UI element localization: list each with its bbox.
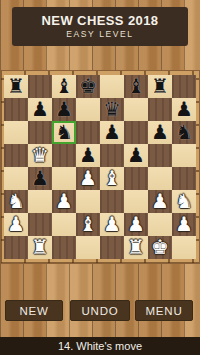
square-a1[interactable]: [4, 236, 28, 259]
square-d8[interactable]: ♚: [76, 75, 100, 98]
square-c4[interactable]: [52, 167, 76, 190]
square-c3[interactable]: ♟: [52, 190, 76, 213]
square-h1[interactable]: [172, 236, 196, 259]
square-e3[interactable]: [100, 190, 124, 213]
square-f2[interactable]: ♟: [124, 213, 148, 236]
square-e8[interactable]: [100, 75, 124, 98]
square-f4[interactable]: [124, 167, 148, 190]
square-g6[interactable]: ♟: [148, 121, 172, 144]
black-rook: ♜: [148, 75, 172, 98]
header-bar: NEW CHESS 2018 EASY LEVEL: [12, 7, 188, 46]
white-knight: ♞: [172, 190, 196, 213]
black-pawn: ♟: [148, 121, 172, 144]
black-pawn: ♟: [124, 144, 148, 167]
square-f6[interactable]: [124, 121, 148, 144]
square-c7[interactable]: ♟: [52, 98, 76, 121]
black-bishop: ♝: [52, 75, 76, 98]
square-d5[interactable]: ♟: [76, 144, 100, 167]
square-b6[interactable]: [28, 121, 52, 144]
square-h4[interactable]: [172, 167, 196, 190]
chess-board: ♜♝♚♝♜♟♟♛♟♞♟♟♞♛♟♟♟♟♝♞♟♟♞♟♝♟♟♟♜♜♚: [4, 75, 196, 259]
white-pawn: ♟: [172, 213, 196, 236]
square-c6[interactable]: ♞: [52, 121, 76, 144]
black-bishop: ♝: [124, 75, 148, 98]
square-f1[interactable]: ♜: [124, 236, 148, 259]
white-rook: ♜: [28, 236, 52, 259]
square-b2[interactable]: [28, 213, 52, 236]
square-e6[interactable]: ♟: [100, 121, 124, 144]
white-pawn: ♟: [100, 213, 124, 236]
square-a7[interactable]: [4, 98, 28, 121]
square-e5[interactable]: [100, 144, 124, 167]
black-queen: ♛: [100, 98, 124, 121]
black-knight: ♞: [172, 121, 196, 144]
white-bishop: ♝: [100, 167, 124, 190]
white-pawn: ♟: [76, 167, 100, 190]
square-g3[interactable]: ♟: [148, 190, 172, 213]
square-d6[interactable]: [76, 121, 100, 144]
square-c5[interactable]: [52, 144, 76, 167]
square-d3[interactable]: [76, 190, 100, 213]
square-c1[interactable]: [52, 236, 76, 259]
menu-button[interactable]: MENU: [135, 300, 193, 321]
app-screen: NEW CHESS 2018 EASY LEVEL ♜♝♚♝♜♟♟♛♟♞♟♟♞♛…: [0, 0, 200, 355]
black-pawn: ♟: [76, 144, 100, 167]
square-e2[interactable]: ♟: [100, 213, 124, 236]
square-h6[interactable]: ♞: [172, 121, 196, 144]
square-g8[interactable]: ♜: [148, 75, 172, 98]
square-a5[interactable]: [4, 144, 28, 167]
white-king: ♚: [148, 236, 172, 259]
square-b8[interactable]: [28, 75, 52, 98]
white-knight: ♞: [4, 190, 28, 213]
move-status: 14. White's move: [58, 340, 142, 352]
square-a8[interactable]: ♜: [4, 75, 28, 98]
square-a3[interactable]: ♞: [4, 190, 28, 213]
square-e7[interactable]: ♛: [100, 98, 124, 121]
square-f3[interactable]: [124, 190, 148, 213]
square-b7[interactable]: ♟: [28, 98, 52, 121]
square-g5[interactable]: [148, 144, 172, 167]
square-a4[interactable]: [4, 167, 28, 190]
square-h5[interactable]: [172, 144, 196, 167]
white-pawn: ♟: [52, 190, 76, 213]
square-c2[interactable]: [52, 213, 76, 236]
app-title: NEW CHESS 2018: [42, 13, 159, 28]
status-bar: 14. White's move: [0, 337, 200, 355]
square-f8[interactable]: ♝: [124, 75, 148, 98]
square-b3[interactable]: [28, 190, 52, 213]
square-e1[interactable]: [100, 236, 124, 259]
square-b5[interactable]: ♛: [28, 144, 52, 167]
square-h2[interactable]: ♟: [172, 213, 196, 236]
black-pawn: ♟: [100, 121, 124, 144]
black-pawn: ♟: [28, 167, 52, 190]
square-d2[interactable]: ♝: [76, 213, 100, 236]
new-button[interactable]: NEW: [5, 300, 63, 321]
black-pawn: ♟: [28, 98, 52, 121]
undo-button[interactable]: UNDO: [70, 300, 130, 321]
square-d7[interactable]: [76, 98, 100, 121]
white-bishop: ♝: [76, 213, 100, 236]
white-pawn: ♟: [148, 190, 172, 213]
black-rook: ♜: [4, 75, 28, 98]
square-f7[interactable]: [124, 98, 148, 121]
square-h7[interactable]: ♟: [172, 98, 196, 121]
square-b4[interactable]: ♟: [28, 167, 52, 190]
square-e4[interactable]: ♝: [100, 167, 124, 190]
black-knight: ♞: [52, 121, 76, 144]
white-pawn: ♟: [124, 213, 148, 236]
square-g4[interactable]: [148, 167, 172, 190]
square-g7[interactable]: [148, 98, 172, 121]
white-queen: ♛: [28, 144, 52, 167]
square-b1[interactable]: ♜: [28, 236, 52, 259]
square-c8[interactable]: ♝: [52, 75, 76, 98]
square-h3[interactable]: ♞: [172, 190, 196, 213]
black-pawn: ♟: [52, 98, 76, 121]
square-a2[interactable]: ♟: [4, 213, 28, 236]
square-d4[interactable]: ♟: [76, 167, 100, 190]
black-king: ♚: [76, 75, 100, 98]
square-g1[interactable]: ♚: [148, 236, 172, 259]
square-g2[interactable]: [148, 213, 172, 236]
white-pawn: ♟: [4, 213, 28, 236]
board-frame: ♜♝♚♝♜♟♟♛♟♞♟♟♞♛♟♟♟♟♝♞♟♟♞♟♝♟♟♟♜♜♚: [0, 70, 200, 264]
square-h8[interactable]: [172, 75, 196, 98]
square-d1[interactable]: [76, 236, 100, 259]
square-a6[interactable]: [4, 121, 28, 144]
white-rook: ♜: [124, 236, 148, 259]
difficulty-label: EASY LEVEL: [66, 29, 133, 40]
black-pawn: ♟: [172, 98, 196, 121]
square-f5[interactable]: ♟: [124, 144, 148, 167]
